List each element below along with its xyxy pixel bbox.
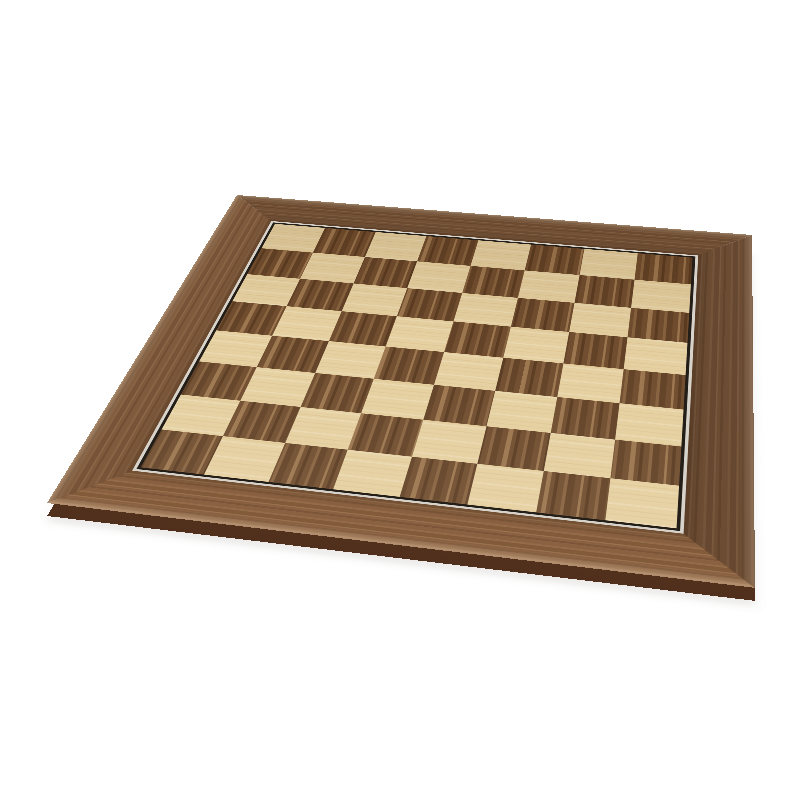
square-d1: [333, 450, 412, 497]
square-h1: [606, 478, 680, 528]
square-g1: [536, 471, 611, 520]
photo-background: [0, 0, 800, 800]
square-e1: [400, 457, 477, 505]
square-f1: [467, 464, 543, 512]
